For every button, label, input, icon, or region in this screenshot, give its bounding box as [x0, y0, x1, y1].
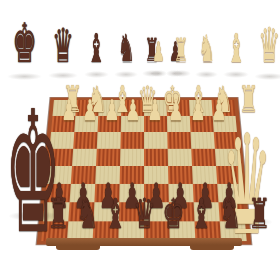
piece-dark-knight-b8: ♞: [76, 193, 98, 235]
cell-f8: ♝: [187, 200, 216, 232]
tray-piece-dark-bishop-icon: ♝: [87, 27, 105, 67]
cell-b8: ♞: [73, 200, 102, 232]
piece-dark-king-e8: ♚: [162, 193, 184, 235]
tray-piece-dark-king-icon: ♚: [12, 16, 37, 70]
tray-cell: ♝: [221, 32, 251, 66]
tray-piece-dark-queen-icon: ♛: [52, 22, 74, 69]
piece-dark-bishop-f8: ♝: [191, 193, 213, 235]
tray-piece-light-rook-icon: ♜: [173, 34, 188, 66]
piece-dark-knight-g8: ♞: [219, 193, 241, 235]
piece-dark-rook-a8: ♜: [47, 193, 69, 235]
tray-piece-light-queen-icon: ♛: [258, 21, 280, 69]
board-foot-left: [56, 245, 100, 250]
tray-cell: ♚: [4, 22, 45, 68]
cell-g8: ♞: [216, 200, 245, 232]
board-rank-8: ♜♞♝♛♚♝♞♜: [44, 200, 244, 232]
piece-dark-rook-h8: ♜: [248, 193, 270, 235]
chess-set-photo: ♚♛♝♞♜♟ ♟♜♞♝♛♚ ♜♞♝♛♚♝♞♜♟♟♟♟♟♟♟♟♟♟♟♟♟♟♟♟♜♞…: [0, 0, 280, 280]
cell-d8: ♛: [130, 200, 159, 232]
tray-cell: ♟: [148, 42, 169, 65]
cell-a8: ♜: [44, 200, 73, 232]
piece-dark-bishop-c8: ♝: [105, 193, 127, 235]
tray-cell: ♛: [251, 27, 280, 68]
tray-cell: ♝: [81, 32, 111, 66]
tray-piece-dark-knight-icon: ♞: [117, 30, 134, 68]
tray-piece-light-knight-icon: ♞: [198, 31, 215, 68]
tray-cell: ♞: [112, 34, 141, 66]
cell-e8: ♚: [159, 200, 188, 232]
tray-cell: ♞: [193, 35, 221, 66]
cell-c8: ♝: [101, 200, 130, 232]
light-piece-tray: ♟♜♞♝♛♚: [148, 22, 264, 66]
dark-piece-tray: ♚♛♝♞♜♟: [4, 22, 128, 66]
tray-piece-light-bishop-icon: ♝: [227, 27, 245, 67]
tray-cell: ♛: [45, 27, 81, 67]
tray-cell: ♜: [169, 38, 193, 65]
tray-piece-light-pawn-icon: ♟: [152, 39, 164, 66]
cell-h8: ♜: [245, 200, 274, 232]
piece-dark-queen-d8: ♛: [133, 193, 155, 235]
